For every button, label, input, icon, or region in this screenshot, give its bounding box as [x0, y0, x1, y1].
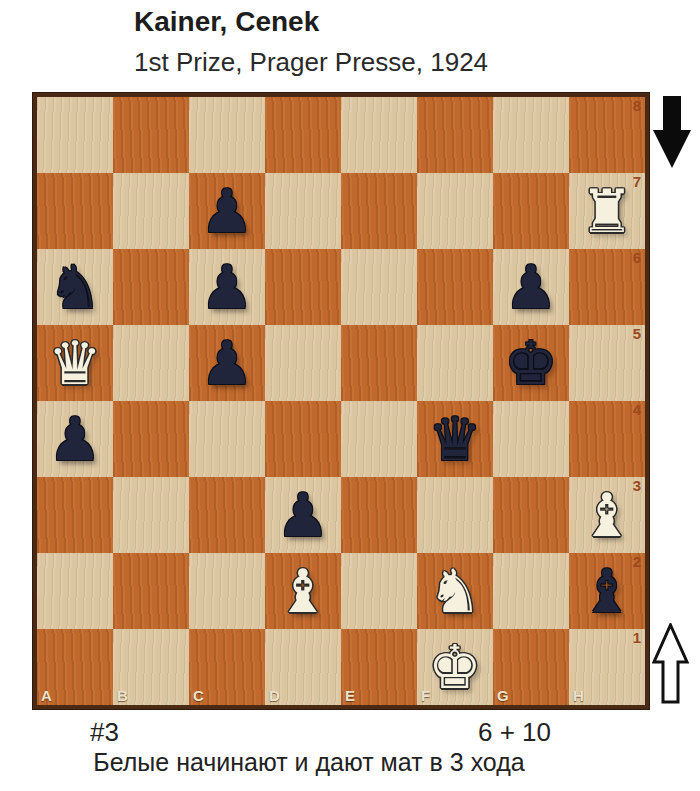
- square-a3[interactable]: [37, 477, 113, 553]
- square-a7[interactable]: [37, 173, 113, 249]
- white-king-f1[interactable]: ♚: [417, 629, 493, 705]
- file-label-e: E: [345, 687, 355, 705]
- square-h4[interactable]: 4: [569, 401, 645, 477]
- square-b4[interactable]: [113, 401, 189, 477]
- square-c5[interactable]: ♟: [189, 325, 265, 401]
- white-knight-f2[interactable]: ♞: [417, 553, 493, 629]
- black-pawn-d3[interactable]: ♟: [265, 477, 341, 553]
- square-e8[interactable]: [341, 97, 417, 173]
- rank-label-1: 1: [633, 629, 641, 647]
- file-label-a: A: [41, 687, 52, 705]
- square-e2[interactable]: [341, 553, 417, 629]
- square-a8[interactable]: [37, 97, 113, 173]
- white-bishop-d2[interactable]: ♝: [265, 553, 341, 629]
- black-pawn-c7[interactable]: ♟: [189, 173, 265, 249]
- square-d4[interactable]: [265, 401, 341, 477]
- square-h8[interactable]: 8: [569, 97, 645, 173]
- black-queen-f4[interactable]: ♛: [417, 401, 493, 477]
- black-king-g5[interactable]: ♚: [493, 325, 569, 401]
- caption-russian: Белые начинают и дают мат в 3 хода: [0, 748, 618, 777]
- rank-label-6: 6: [633, 249, 641, 267]
- material-count: 6 + 10: [478, 717, 551, 748]
- white-moves-up-arrow: [652, 623, 689, 704]
- square-e7[interactable]: [341, 173, 417, 249]
- white-bishop-h3[interactable]: ♝: [569, 477, 645, 553]
- square-h2[interactable]: 2♝: [569, 553, 645, 629]
- square-e3[interactable]: [341, 477, 417, 553]
- file-label-g: G: [497, 687, 509, 705]
- square-a6[interactable]: ♞: [37, 249, 113, 325]
- square-h7[interactable]: 7♜: [569, 173, 645, 249]
- square-b5[interactable]: [113, 325, 189, 401]
- file-label-d: D: [269, 687, 280, 705]
- square-g4[interactable]: [493, 401, 569, 477]
- square-g2[interactable]: [493, 553, 569, 629]
- square-c6[interactable]: ♟: [189, 249, 265, 325]
- black-knight-a6[interactable]: ♞: [37, 249, 113, 325]
- square-f5[interactable]: [417, 325, 493, 401]
- rank-label-5: 5: [633, 325, 641, 343]
- square-c7[interactable]: ♟: [189, 173, 265, 249]
- square-d1[interactable]: D: [265, 629, 341, 705]
- square-g1[interactable]: G: [493, 629, 569, 705]
- square-f8[interactable]: [417, 97, 493, 173]
- square-d8[interactable]: [265, 97, 341, 173]
- square-b6[interactable]: [113, 249, 189, 325]
- square-h1[interactable]: 1H: [569, 629, 645, 705]
- square-f1[interactable]: F♚: [417, 629, 493, 705]
- chess-board: 8♟7♜♞♟♟6♛♟♚5♟♛4♟3♝♝♞2♝ABCDEF♚G1H: [33, 93, 649, 709]
- square-b1[interactable]: B: [113, 629, 189, 705]
- square-c2[interactable]: [189, 553, 265, 629]
- stipulation-mate-in-3: #3: [90, 717, 119, 748]
- white-rook-h7[interactable]: ♜: [569, 173, 645, 249]
- square-a5[interactable]: ♛: [37, 325, 113, 401]
- square-g7[interactable]: [493, 173, 569, 249]
- square-d2[interactable]: ♝: [265, 553, 341, 629]
- square-f6[interactable]: [417, 249, 493, 325]
- square-d3[interactable]: ♟: [265, 477, 341, 553]
- square-b8[interactable]: [113, 97, 189, 173]
- square-g8[interactable]: [493, 97, 569, 173]
- square-a2[interactable]: [37, 553, 113, 629]
- file-label-b: B: [117, 687, 128, 705]
- square-b3[interactable]: [113, 477, 189, 553]
- black-pawn-g6[interactable]: ♟: [493, 249, 569, 325]
- black-pawn-a4[interactable]: ♟: [37, 401, 113, 477]
- white-queen-a5[interactable]: ♛: [37, 325, 113, 401]
- square-c8[interactable]: [189, 97, 265, 173]
- black-pawn-c6[interactable]: ♟: [189, 249, 265, 325]
- square-g6[interactable]: ♟: [493, 249, 569, 325]
- file-label-h: H: [573, 687, 584, 705]
- square-b7[interactable]: [113, 173, 189, 249]
- square-d7[interactable]: [265, 173, 341, 249]
- square-g3[interactable]: [493, 477, 569, 553]
- rank-label-4: 4: [633, 401, 641, 419]
- square-g5[interactable]: ♚: [493, 325, 569, 401]
- rank-label-8: 8: [633, 97, 641, 115]
- square-h3[interactable]: 3♝: [569, 477, 645, 553]
- square-e4[interactable]: [341, 401, 417, 477]
- square-f4[interactable]: ♛: [417, 401, 493, 477]
- square-e6[interactable]: [341, 249, 417, 325]
- square-c4[interactable]: [189, 401, 265, 477]
- square-h5[interactable]: 5: [569, 325, 645, 401]
- square-c1[interactable]: C: [189, 629, 265, 705]
- black-pawn-c5[interactable]: ♟: [189, 325, 265, 401]
- black-bishop-h2[interactable]: ♝: [569, 553, 645, 629]
- composer-name: Kainer, Cenek: [134, 6, 319, 38]
- square-f7[interactable]: [417, 173, 493, 249]
- chess-problem-page: Kainer, Cenek 1st Prize, Prager Presse, …: [0, 0, 700, 791]
- square-d5[interactable]: [265, 325, 341, 401]
- square-e5[interactable]: [341, 325, 417, 401]
- file-label-c: C: [193, 687, 204, 705]
- square-d6[interactable]: [265, 249, 341, 325]
- square-e1[interactable]: E: [341, 629, 417, 705]
- source-line: 1st Prize, Prager Presse, 1924: [134, 47, 488, 78]
- square-f3[interactable]: [417, 477, 493, 553]
- square-f2[interactable]: ♞: [417, 553, 493, 629]
- square-a4[interactable]: ♟: [37, 401, 113, 477]
- square-b2[interactable]: [113, 553, 189, 629]
- square-c3[interactable]: [189, 477, 265, 553]
- square-a1[interactable]: A: [37, 629, 113, 705]
- square-h6[interactable]: 6: [569, 249, 645, 325]
- black-moves-down-arrow: [653, 96, 691, 169]
